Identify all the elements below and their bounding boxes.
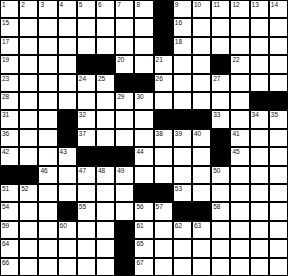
cell-r13c2[interactable] [20, 222, 37, 238]
cell-r12c7[interactable] [116, 203, 133, 219]
cell-r4c8[interactable] [135, 56, 152, 72]
cell-r6c2[interactable] [20, 93, 37, 109]
cell-r11c4[interactable] [59, 185, 76, 201]
clue-number-13: 13 [252, 1, 259, 8]
cell-r12c3[interactable] [39, 203, 56, 219]
block-cell-r9c6 [97, 148, 114, 164]
cell-r7c13[interactable] [231, 111, 248, 127]
cell-r5c4[interactable] [59, 75, 76, 91]
clue-number-25: 25 [98, 75, 105, 82]
clue-number-28: 28 [2, 93, 9, 100]
cell-r5c10[interactable] [174, 75, 191, 91]
cell-r1c5[interactable]: 5 [78, 1, 95, 17]
cell-r15c10[interactable] [174, 259, 191, 275]
cell-r11c12[interactable] [212, 185, 229, 201]
cell-r10c14[interactable] [251, 167, 268, 183]
cell-r13c5[interactable] [78, 222, 95, 238]
cell-r10c4[interactable] [59, 167, 76, 183]
block-cell-r9c5 [78, 148, 95, 164]
cell-r9c13[interactable]: 45 [231, 148, 248, 164]
cell-r3c1[interactable]: 17 [1, 38, 18, 54]
clue-number-56: 56 [136, 203, 143, 210]
clue-number-64: 64 [2, 240, 9, 247]
cell-r15c8[interactable]: 67 [135, 259, 152, 275]
clue-number-15: 15 [2, 19, 9, 26]
cell-r15c11[interactable] [193, 259, 210, 275]
cell-r1c3[interactable]: 3 [39, 1, 56, 17]
cell-r14c12[interactable] [212, 240, 229, 256]
cell-r6c3[interactable] [39, 93, 56, 109]
clue-number-9: 9 [175, 1, 179, 8]
clue-number-63: 63 [194, 222, 201, 229]
cell-r9c8[interactable]: 44 [135, 148, 152, 164]
cell-r10c3[interactable]: 46 [39, 167, 56, 183]
clue-number-14: 14 [271, 1, 278, 8]
clue-number-43: 43 [60, 148, 67, 155]
cell-r7c2[interactable] [20, 111, 37, 127]
clue-number-23: 23 [2, 75, 9, 82]
clue-number-30: 30 [136, 93, 143, 100]
cell-r2c3[interactable] [39, 19, 56, 35]
cell-r8c11[interactable]: 40 [193, 130, 210, 146]
clue-number-67: 67 [136, 259, 143, 266]
cell-r4c1[interactable]: 19 [1, 56, 18, 72]
block-cell-r6c14 [251, 93, 268, 109]
clue-number-7: 7 [117, 1, 121, 8]
block-cell-r8c12 [212, 130, 229, 146]
cell-r15c14[interactable] [251, 259, 268, 275]
cell-r12c5[interactable]: 55 [78, 203, 95, 219]
cell-r3c2[interactable] [20, 38, 37, 54]
cell-r10c15[interactable] [270, 167, 287, 183]
crossword-board: 1234567891011121314151617181920212223242… [0, 0, 288, 276]
cell-r4c7[interactable]: 20 [116, 56, 133, 72]
cell-r2c1[interactable]: 15 [1, 19, 18, 35]
cell-r3c13[interactable] [231, 38, 248, 54]
cell-r4c3[interactable] [39, 56, 56, 72]
clue-number-17: 17 [2, 38, 9, 45]
cell-r11c5[interactable] [78, 185, 95, 201]
block-cell-r7c9 [155, 111, 172, 127]
cell-r14c1[interactable]: 64 [1, 240, 18, 256]
cell-r8c9[interactable]: 38 [155, 130, 172, 146]
block-cell-r10c1 [1, 167, 18, 183]
cell-r15c6[interactable] [97, 259, 114, 275]
cell-r11c1[interactable]: 51 [1, 185, 18, 201]
cell-r10c7[interactable]: 49 [116, 167, 133, 183]
cell-r6c4[interactable] [59, 93, 76, 109]
clue-number-62: 62 [175, 222, 182, 229]
cell-r7c3[interactable] [39, 111, 56, 127]
cell-r14c5[interactable] [78, 240, 95, 256]
clue-number-51: 51 [2, 185, 9, 192]
cell-r14c2[interactable] [20, 240, 37, 256]
block-cell-r12c4 [59, 203, 76, 219]
cell-r13c6[interactable] [97, 222, 114, 238]
cell-r6c8[interactable]: 30 [135, 93, 152, 109]
cell-r12c6[interactable] [97, 203, 114, 219]
cell-r13c15[interactable] [270, 222, 287, 238]
block-cell-r1c9 [155, 1, 172, 17]
cell-r14c6[interactable] [97, 240, 114, 256]
cell-r14c14[interactable] [251, 240, 268, 256]
cell-r13c4[interactable]: 60 [59, 222, 76, 238]
cell-r2c2[interactable] [20, 19, 37, 35]
cell-r10c11[interactable] [193, 167, 210, 183]
cell-r5c2[interactable] [20, 75, 37, 91]
clue-number-66: 66 [2, 259, 9, 266]
cell-r4c10[interactable] [174, 56, 191, 72]
clue-number-44: 44 [136, 148, 143, 155]
cell-r7c6[interactable] [97, 111, 114, 127]
cell-r5c12[interactable]: 27 [212, 75, 229, 91]
cell-r3c11[interactable] [193, 38, 210, 54]
cell-r13c14[interactable] [251, 222, 268, 238]
cell-r1c4[interactable]: 4 [59, 1, 76, 17]
cell-r4c11[interactable] [193, 56, 210, 72]
cell-r2c7[interactable] [116, 19, 133, 35]
cell-r15c3[interactable] [39, 259, 56, 275]
block-cell-r4c6 [97, 56, 114, 72]
cell-r1c14[interactable]: 13 [251, 1, 268, 17]
cell-r6c7[interactable]: 29 [116, 93, 133, 109]
clue-number-52: 52 [21, 185, 28, 192]
cell-r2c4[interactable] [59, 19, 76, 35]
cell-r11c13[interactable] [231, 185, 248, 201]
cell-r9c10[interactable] [174, 148, 191, 164]
clue-number-58: 58 [213, 203, 220, 210]
clue-number-32: 32 [79, 111, 86, 118]
cell-r5c11[interactable] [193, 75, 210, 91]
cell-r9c14[interactable] [251, 148, 268, 164]
cell-r2c13[interactable] [231, 19, 248, 35]
cell-r1c6[interactable]: 6 [97, 1, 114, 17]
cell-r6c11[interactable] [193, 93, 210, 109]
cell-r6c10[interactable] [174, 93, 191, 109]
cell-r8c14[interactable] [251, 130, 268, 146]
clue-number-26: 26 [156, 75, 163, 82]
block-cell-r7c10 [174, 111, 191, 127]
cell-r15c1[interactable]: 66 [1, 259, 18, 275]
cell-r1c10[interactable]: 9 [174, 1, 191, 17]
clue-number-41: 41 [232, 130, 239, 137]
clue-number-39: 39 [175, 130, 182, 137]
cell-r2c6[interactable] [97, 19, 114, 35]
cell-r5c9[interactable]: 26 [155, 75, 172, 91]
cell-r5c3[interactable] [39, 75, 56, 91]
cell-r11c2[interactable]: 52 [20, 185, 37, 201]
block-cell-r11c9 [155, 185, 172, 201]
cell-r13c9[interactable] [155, 222, 172, 238]
cell-r8c15[interactable] [270, 130, 287, 146]
cell-r14c8[interactable]: 65 [135, 240, 152, 256]
clue-number-18: 18 [175, 38, 182, 45]
clue-number-35: 35 [271, 111, 278, 118]
cell-r9c4[interactable]: 43 [59, 148, 76, 164]
clue-number-29: 29 [117, 93, 124, 100]
cell-r7c14[interactable]: 34 [251, 111, 268, 127]
cell-r15c4[interactable] [59, 259, 76, 275]
cell-r15c12[interactable] [212, 259, 229, 275]
block-cell-r10c2 [20, 167, 37, 183]
block-cell-r7c11 [193, 111, 210, 127]
clue-number-53: 53 [175, 185, 182, 192]
clue-number-1: 1 [2, 1, 6, 8]
cell-r8c2[interactable] [20, 130, 37, 146]
cell-r12c14[interactable] [251, 203, 268, 219]
cell-r12c9[interactable]: 57 [155, 203, 172, 219]
cell-r4c4[interactable] [59, 56, 76, 72]
cell-r2c12[interactable] [212, 19, 229, 35]
cell-r11c15[interactable] [270, 185, 287, 201]
clue-number-38: 38 [156, 130, 163, 137]
cell-r14c10[interactable] [174, 240, 191, 256]
clue-number-3: 3 [40, 1, 44, 8]
clue-number-42: 42 [2, 148, 9, 155]
cell-r4c2[interactable] [20, 56, 37, 72]
clue-number-34: 34 [252, 111, 259, 118]
clue-number-2: 2 [21, 1, 25, 8]
cell-r7c7[interactable] [116, 111, 133, 127]
cell-r6c13[interactable] [231, 93, 248, 109]
cell-r3c5[interactable] [78, 38, 95, 54]
cell-r7c1[interactable]: 31 [1, 111, 18, 127]
cell-r3c6[interactable] [97, 38, 114, 54]
cell-r2c14[interactable] [251, 19, 268, 35]
clue-number-37: 37 [79, 130, 86, 137]
cell-r9c11[interactable] [193, 148, 210, 164]
cell-r13c12[interactable] [212, 222, 229, 238]
clue-number-12: 12 [232, 1, 239, 8]
block-cell-r8c4 [59, 130, 76, 146]
cell-r14c11[interactable] [193, 240, 210, 256]
block-cell-r4c5 [78, 56, 95, 72]
block-cell-r13c7 [116, 222, 133, 238]
cell-r15c5[interactable] [78, 259, 95, 275]
clue-number-31: 31 [2, 111, 9, 118]
cell-r1c8[interactable]: 8 [135, 1, 152, 17]
clue-number-6: 6 [98, 1, 102, 8]
cell-r13c11[interactable]: 63 [193, 222, 210, 238]
cell-r2c8[interactable] [135, 19, 152, 35]
cell-r14c9[interactable] [155, 240, 172, 256]
block-cell-r9c7 [116, 148, 133, 164]
cell-r5c13[interactable] [231, 75, 248, 91]
cell-r9c15[interactable] [270, 148, 287, 164]
cell-r13c10[interactable]: 62 [174, 222, 191, 238]
cell-r1c11[interactable]: 10 [193, 1, 210, 17]
cell-r15c2[interactable] [20, 259, 37, 275]
cell-r8c3[interactable] [39, 130, 56, 146]
cell-r9c9[interactable] [155, 148, 172, 164]
clue-number-36: 36 [2, 130, 9, 137]
clue-number-60: 60 [60, 222, 67, 229]
cell-r3c7[interactable] [116, 38, 133, 54]
block-cell-r11c8 [135, 185, 152, 201]
cell-r11c3[interactable] [39, 185, 56, 201]
cell-r12c15[interactable] [270, 203, 287, 219]
cell-r14c15[interactable] [270, 240, 287, 256]
cell-r10c8[interactable] [135, 167, 152, 183]
cell-r6c12[interactable] [212, 93, 229, 109]
cell-r2c5[interactable] [78, 19, 95, 35]
clue-number-5: 5 [79, 1, 83, 8]
cell-r11c14[interactable] [251, 185, 268, 201]
clue-number-33: 33 [213, 111, 220, 118]
cell-r10c10[interactable] [174, 167, 191, 183]
cell-r1c7[interactable]: 7 [116, 1, 133, 17]
cell-r2c11[interactable] [193, 19, 210, 35]
block-cell-r6c15 [270, 93, 287, 109]
clue-number-27: 27 [213, 75, 220, 82]
block-cell-r2c9 [155, 19, 172, 35]
cell-r14c4[interactable] [59, 240, 76, 256]
block-cell-r15c7 [116, 259, 133, 275]
cell-r14c3[interactable] [39, 240, 56, 256]
block-cell-r4c12 [212, 56, 229, 72]
clue-number-47: 47 [79, 167, 86, 174]
cell-r2c10[interactable]: 16 [174, 19, 191, 35]
clue-number-10: 10 [194, 1, 201, 8]
clue-number-46: 46 [40, 167, 47, 174]
clue-number-20: 20 [117, 56, 124, 63]
cell-r1c1[interactable]: 1 [1, 1, 18, 17]
cell-r13c13[interactable] [231, 222, 248, 238]
cell-r7c5[interactable]: 32 [78, 111, 95, 127]
clue-number-19: 19 [2, 56, 9, 63]
cell-r3c15[interactable] [270, 38, 287, 54]
cell-r12c12[interactable]: 58 [212, 203, 229, 219]
clue-number-4: 4 [60, 1, 64, 8]
block-cell-r3c9 [155, 38, 172, 54]
cell-r6c6[interactable] [97, 93, 114, 109]
cell-r9c1[interactable]: 42 [1, 148, 18, 164]
clue-number-57: 57 [156, 203, 163, 210]
cell-r9c3[interactable] [39, 148, 56, 164]
cell-r4c13[interactable]: 22 [231, 56, 248, 72]
cell-r14c13[interactable] [231, 240, 248, 256]
clue-number-48: 48 [98, 167, 105, 174]
clue-number-59: 59 [2, 222, 9, 229]
clue-number-11: 11 [213, 1, 220, 8]
cell-r11c11[interactable] [193, 185, 210, 201]
cell-r8c10[interactable]: 39 [174, 130, 191, 146]
cell-r1c12[interactable]: 11 [212, 1, 229, 17]
cell-r13c3[interactable] [39, 222, 56, 238]
cell-r5c5[interactable]: 24 [78, 75, 95, 91]
clue-number-22: 22 [232, 56, 239, 63]
clue-number-24: 24 [79, 75, 86, 82]
cell-r12c13[interactable] [231, 203, 248, 219]
clue-number-65: 65 [136, 240, 143, 247]
cell-r7c8[interactable] [135, 111, 152, 127]
cell-r6c5[interactable] [78, 93, 95, 109]
cell-r3c8[interactable] [135, 38, 152, 54]
clue-number-8: 8 [136, 1, 140, 8]
clue-number-50: 50 [213, 167, 220, 174]
cell-r3c4[interactable] [59, 38, 76, 54]
clue-number-16: 16 [175, 19, 182, 26]
cell-r4c9[interactable]: 21 [155, 56, 172, 72]
cell-r1c2[interactable]: 2 [20, 1, 37, 17]
cell-r12c8[interactable]: 56 [135, 203, 152, 219]
block-cell-r12c10 [174, 203, 191, 219]
clue-number-55: 55 [79, 203, 86, 210]
cell-r15c9[interactable] [155, 259, 172, 275]
cell-r8c7[interactable] [116, 130, 133, 146]
cell-r5c6[interactable]: 25 [97, 75, 114, 91]
block-cell-r12c11 [193, 203, 210, 219]
clue-number-21: 21 [156, 56, 163, 63]
cell-r6c1[interactable]: 28 [1, 93, 18, 109]
cell-r3c10[interactable]: 18 [174, 38, 191, 54]
cell-r6c9[interactable] [155, 93, 172, 109]
cell-r11c10[interactable]: 53 [174, 185, 191, 201]
cell-r3c14[interactable] [251, 38, 268, 54]
cell-r11c7[interactable] [116, 185, 133, 201]
cell-r12c1[interactable]: 54 [1, 203, 18, 219]
clue-number-54: 54 [2, 203, 9, 210]
cell-r10c6[interactable]: 48 [97, 167, 114, 183]
cell-r5c1[interactable]: 23 [1, 75, 18, 91]
cell-r10c13[interactable] [231, 167, 248, 183]
cell-r15c13[interactable] [231, 259, 248, 275]
block-cell-r5c8 [135, 75, 152, 91]
cell-r10c5[interactable]: 47 [78, 167, 95, 183]
crossword-grid: 1234567891011121314151617181920212223242… [0, 0, 288, 276]
cell-r5c15[interactable] [270, 75, 287, 91]
clue-number-61: 61 [136, 222, 143, 229]
clue-number-40: 40 [194, 130, 201, 137]
cell-r8c5[interactable]: 37 [78, 130, 95, 146]
cell-r12c2[interactable] [20, 203, 37, 219]
cell-r10c9[interactable] [155, 167, 172, 183]
cell-r3c12[interactable] [212, 38, 229, 54]
cell-r2c15[interactable] [270, 19, 287, 35]
cell-r3c3[interactable] [39, 38, 56, 54]
block-cell-r5c7 [116, 75, 133, 91]
cell-r7c12[interactable]: 33 [212, 111, 229, 127]
block-cell-r9c12 [212, 148, 229, 164]
cell-r4c15[interactable] [270, 56, 287, 72]
cell-r9c2[interactable] [20, 148, 37, 164]
cell-r13c1[interactable]: 59 [1, 222, 18, 238]
cell-r1c15[interactable]: 14 [270, 1, 287, 17]
cell-r13c8[interactable]: 61 [135, 222, 152, 238]
cell-r1c13[interactable]: 12 [231, 1, 248, 17]
cell-r8c6[interactable] [97, 130, 114, 146]
cell-r11c6[interactable] [97, 185, 114, 201]
cell-r8c1[interactable]: 36 [1, 130, 18, 146]
block-cell-r7c4 [59, 111, 76, 127]
cell-r5c14[interactable] [251, 75, 268, 91]
cell-r8c8[interactable] [135, 130, 152, 146]
cell-r7c15[interactable]: 35 [270, 111, 287, 127]
cell-r8c13[interactable]: 41 [231, 130, 248, 146]
block-cell-r14c7 [116, 240, 133, 256]
cell-r15c15[interactable] [270, 259, 287, 275]
cell-r10c12[interactable]: 50 [212, 167, 229, 183]
clue-number-49: 49 [117, 167, 124, 174]
cell-r4c14[interactable] [251, 56, 268, 72]
clue-number-45: 45 [232, 148, 239, 155]
